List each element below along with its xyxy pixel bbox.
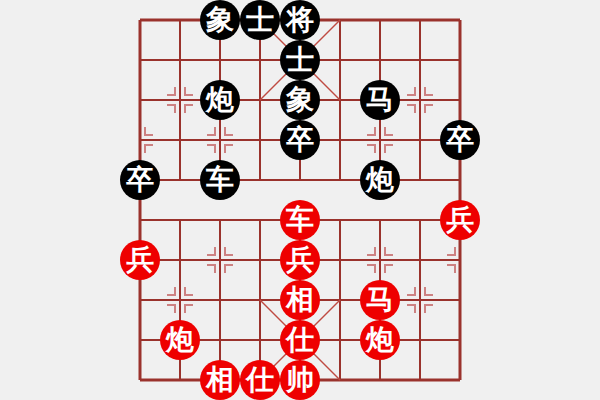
point-6-4[interactable]: 炮 [360,160,400,200]
point-8-2[interactable] [440,80,480,120]
point-5-2[interactable] [320,80,360,120]
black-cannon[interactable]: 炮 [360,160,400,200]
point-0-1[interactable] [120,40,160,80]
black-advisor[interactable]: 士 [280,40,320,80]
black-general[interactable]: 将 [280,0,320,40]
xiangqi-diagram: 象士将士炮象马卒卒卒车炮车兵兵兵相马炮仕炮相仕帅 [0,0,600,400]
point-1-3[interactable] [160,120,200,160]
point-1-8[interactable]: 炮 [160,320,200,360]
point-3-9[interactable]: 仕 [240,360,280,400]
red-elephant[interactable]: 相 [200,360,240,400]
point-3-6[interactable] [240,240,280,280]
point-7-6[interactable] [400,240,440,280]
point-7-8[interactable] [400,320,440,360]
point-7-9[interactable] [400,360,440,400]
point-2-0[interactable]: 象 [200,0,240,40]
point-8-0[interactable] [440,0,480,40]
point-5-4[interactable] [320,160,360,200]
point-2-3[interactable] [200,120,240,160]
point-0-4[interactable]: 卒 [120,160,160,200]
point-7-3[interactable] [400,120,440,160]
point-1-1[interactable] [160,40,200,80]
black-soldier[interactable]: 卒 [440,120,480,160]
point-6-0[interactable] [360,0,400,40]
black-cannon[interactable]: 炮 [200,80,240,120]
point-1-0[interactable] [160,0,200,40]
red-advisor[interactable]: 仕 [240,360,280,400]
point-7-7[interactable] [400,280,440,320]
point-0-7[interactable] [120,280,160,320]
red-soldier[interactable]: 兵 [440,200,480,240]
point-8-5[interactable]: 兵 [440,200,480,240]
black-horse[interactable]: 马 [360,80,400,120]
point-8-1[interactable] [440,40,480,80]
point-1-4[interactable] [160,160,200,200]
point-3-7[interactable] [240,280,280,320]
point-2-4[interactable]: 车 [200,160,240,200]
point-8-3[interactable]: 卒 [440,120,480,160]
point-8-9[interactable] [440,360,480,400]
point-0-0[interactable] [120,0,160,40]
point-4-3[interactable]: 卒 [280,120,320,160]
point-1-5[interactable] [160,200,200,240]
point-6-6[interactable] [360,240,400,280]
point-2-5[interactable] [200,200,240,240]
point-1-7[interactable] [160,280,200,320]
point-6-5[interactable] [360,200,400,240]
black-advisor[interactable]: 士 [240,0,280,40]
red-cannon[interactable]: 炮 [360,320,400,360]
point-5-7[interactable] [320,280,360,320]
point-5-6[interactable] [320,240,360,280]
red-soldier[interactable]: 兵 [280,240,320,280]
point-5-9[interactable] [320,360,360,400]
point-6-1[interactable] [360,40,400,80]
point-5-5[interactable] [320,200,360,240]
point-0-9[interactable] [120,360,160,400]
red-chariot[interactable]: 车 [280,200,320,240]
point-4-6[interactable]: 兵 [280,240,320,280]
point-2-6[interactable] [200,240,240,280]
point-8-8[interactable] [440,320,480,360]
point-2-7[interactable] [200,280,240,320]
point-4-4[interactable] [280,160,320,200]
point-0-5[interactable] [120,200,160,240]
point-7-5[interactable] [400,200,440,240]
point-8-4[interactable] [440,160,480,200]
point-6-9[interactable] [360,360,400,400]
point-1-9[interactable] [160,360,200,400]
red-advisor[interactable]: 仕 [280,320,320,360]
point-4-1[interactable]: 士 [280,40,320,80]
point-3-4[interactable] [240,160,280,200]
point-2-1[interactable] [200,40,240,80]
red-elephant[interactable]: 相 [280,280,320,320]
red-soldier[interactable]: 兵 [120,240,160,280]
point-4-5[interactable]: 车 [280,200,320,240]
red-cannon[interactable]: 炮 [160,320,200,360]
point-2-8[interactable] [200,320,240,360]
point-3-0[interactable]: 士 [240,0,280,40]
point-0-8[interactable] [120,320,160,360]
point-4-2[interactable]: 象 [280,80,320,120]
point-4-7[interactable]: 相 [280,280,320,320]
point-8-6[interactable] [440,240,480,280]
red-general[interactable]: 帅 [280,360,320,400]
point-5-3[interactable] [320,120,360,160]
point-7-2[interactable] [400,80,440,120]
point-1-6[interactable] [160,240,200,280]
point-3-5[interactable] [240,200,280,240]
point-5-1[interactable] [320,40,360,80]
point-7-1[interactable] [400,40,440,80]
point-0-2[interactable] [120,80,160,120]
point-2-2[interactable]: 炮 [200,80,240,120]
point-8-7[interactable] [440,280,480,320]
point-3-1[interactable] [240,40,280,80]
point-7-4[interactable] [400,160,440,200]
point-4-0[interactable]: 将 [280,0,320,40]
point-5-0[interactable] [320,0,360,40]
point-0-3[interactable] [120,120,160,160]
point-6-8[interactable]: 炮 [360,320,400,360]
red-horse[interactable]: 马 [360,280,400,320]
point-6-7[interactable]: 马 [360,280,400,320]
black-elephant[interactable]: 象 [200,0,240,40]
point-7-0[interactable] [400,0,440,40]
point-3-8[interactable] [240,320,280,360]
black-soldier[interactable]: 卒 [120,160,160,200]
point-6-3[interactable] [360,120,400,160]
point-3-3[interactable] [240,120,280,160]
point-4-9[interactable]: 帅 [280,360,320,400]
point-2-9[interactable]: 相 [200,360,240,400]
point-5-8[interactable] [320,320,360,360]
point-4-8[interactable]: 仕 [280,320,320,360]
black-chariot[interactable]: 车 [200,160,240,200]
point-1-2[interactable] [160,80,200,120]
point-6-2[interactable]: 马 [360,80,400,120]
point-3-2[interactable] [240,80,280,120]
point-0-6[interactable]: 兵 [120,240,160,280]
black-soldier[interactable]: 卒 [280,120,320,160]
board-grid: 象士将士炮象马卒卒卒车炮车兵兵兵相马炮仕炮相仕帅 [120,0,480,400]
black-elephant[interactable]: 象 [280,80,320,120]
